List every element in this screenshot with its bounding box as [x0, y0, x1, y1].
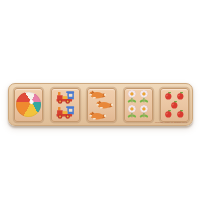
apple-icon	[164, 109, 173, 118]
apple-icon	[164, 91, 173, 100]
apple-icon	[170, 100, 179, 109]
apple-icon	[176, 91, 185, 100]
tile-1-beach-ball[interactable]	[14, 88, 43, 122]
fox-icon	[95, 99, 115, 109]
puzzle-tray: Lovingly made by Bigjigs Toys	[8, 83, 193, 126]
brand-caption: Lovingly made by Bigjigs Toys	[155, 121, 187, 123]
flower-icon	[126, 105, 138, 120]
fox-icon	[88, 110, 108, 120]
tile-3-fox[interactable]	[87, 88, 116, 122]
photo-background: Lovingly made by Bigjigs Toys	[0, 0, 200, 200]
tile-5-apple[interactable]	[160, 88, 189, 122]
flower-icon	[138, 105, 150, 120]
fox-icon	[88, 89, 108, 99]
tile-2-train[interactable]	[51, 88, 80, 122]
tile-grid	[13, 87, 190, 122]
flower-icon	[126, 90, 138, 105]
flower-icon	[138, 90, 150, 105]
train-icon	[54, 105, 77, 119]
tile-4-flower[interactable]	[124, 88, 153, 122]
beach-ball-icon	[16, 92, 40, 117]
train-icon	[54, 90, 77, 104]
apple-icon	[176, 109, 185, 118]
